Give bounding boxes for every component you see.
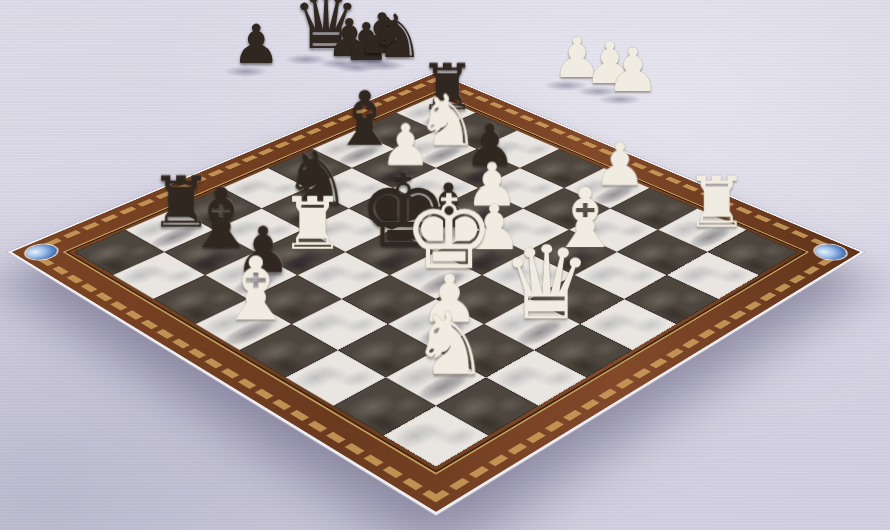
square-a8[interactable] (74, 230, 165, 275)
white-rook[interactable]: ♜ (684, 169, 748, 236)
captured-black-knight[interactable]: ♞ (370, 6, 424, 66)
chess-board: ♜♝♜♝♞♟♞♟♜♟♝♚♟♟♚♟♟♟♝♞♛♜ (12, 73, 861, 512)
board-squares: ♜♝♜♝♞♟♞♟♜♟♝♚♟♟♚♟♟♟♝♞♛♜ (74, 96, 798, 467)
square-h2[interactable]: ♜ (658, 208, 747, 252)
white-bishop[interactable]: ♝ (217, 248, 296, 331)
square-a1[interactable] (384, 406, 489, 467)
brand-logo-sticker-right (809, 241, 851, 262)
square-h1[interactable] (708, 230, 799, 275)
captured-black-pawn[interactable]: ♟ (232, 18, 280, 72)
board-border: ♜♝♜♝♞♟♞♟♜♟♝♚♟♟♚♟♟♟♝♞♛♜ (12, 73, 861, 512)
white-knight[interactable]: ♞ (411, 303, 489, 386)
photo-scene: ♜♝♜♝♞♟♞♟♜♟♝♚♟♟♚♟♟♟♝♞♛♜ ♛♟♟♟♞♟♟♟♟ (0, 0, 890, 530)
brand-logo-sticker-left (20, 241, 62, 262)
white-queen[interactable]: ♛ (501, 235, 592, 331)
captured-white-pawn[interactable]: ♟ (606, 40, 660, 100)
